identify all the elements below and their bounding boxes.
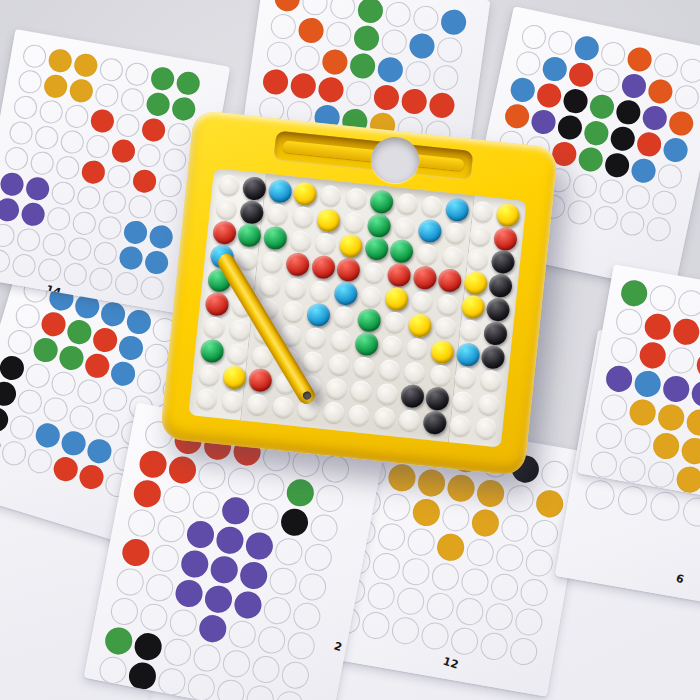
board-cell	[378, 333, 406, 359]
board-cell	[236, 223, 264, 249]
socket	[449, 414, 472, 437]
socket	[332, 306, 355, 329]
board-cell	[284, 252, 312, 278]
board-cell	[365, 212, 393, 238]
card-dot-black	[603, 150, 631, 178]
socket	[246, 393, 269, 416]
card-empty-circle	[255, 471, 287, 503]
card-empty-circle	[92, 240, 119, 267]
card-dot-yellow	[469, 507, 500, 538]
board-cell	[322, 375, 350, 401]
card-dot-purple	[197, 612, 229, 644]
card-empty-circle	[622, 425, 652, 455]
magnet-dot-blue	[455, 342, 480, 367]
socket	[198, 364, 221, 387]
card-dot-red	[567, 60, 595, 88]
card-empty-circle	[478, 630, 509, 661]
magnet-dot-green	[356, 307, 381, 332]
card-empty-circle	[267, 565, 299, 597]
magnet-dot-green	[354, 331, 379, 356]
magnet-dot-green	[262, 226, 287, 251]
card-empty-circle	[648, 490, 682, 524]
socket	[284, 277, 307, 300]
card-empty-circle	[54, 154, 81, 181]
board-cell	[193, 386, 221, 412]
card-dot-purple	[529, 107, 557, 135]
card-empty-circle	[3, 145, 30, 172]
card-empty-circle	[126, 193, 153, 220]
card-empty-circle	[666, 345, 696, 375]
card-empty-circle	[161, 146, 188, 173]
card-empty-circle	[37, 98, 64, 125]
card-empty-circle	[650, 188, 678, 216]
board-cell	[337, 233, 365, 259]
card-dot-purple	[0, 196, 20, 223]
socket	[416, 243, 439, 266]
card-empty-circle	[165, 121, 192, 148]
card-dot-black	[561, 86, 589, 114]
card-dot-red	[427, 91, 455, 119]
card-empty-circle	[101, 188, 128, 215]
card-dot-red	[316, 75, 344, 103]
card-empty-circle	[149, 542, 181, 574]
socket	[477, 393, 500, 416]
card-dot-yellow	[445, 472, 476, 503]
socket	[380, 335, 403, 358]
board-cell	[307, 278, 335, 304]
card-empty-circle	[389, 615, 420, 646]
card-dot-red	[166, 454, 198, 486]
card-empty-circle	[504, 482, 535, 513]
card-empty-circle	[528, 517, 559, 548]
card-empty-circle	[429, 561, 460, 592]
card-empty-circle	[291, 600, 323, 632]
socket	[362, 261, 385, 284]
card-empty-circle	[63, 103, 90, 130]
card-empty-circle	[499, 512, 530, 543]
magnet-dot-green	[364, 236, 389, 261]
card-empty-circle	[225, 465, 257, 497]
card-empty-circle	[419, 620, 450, 651]
card-empty-circle	[449, 625, 480, 656]
card-dot-green	[144, 90, 171, 117]
magnet-dot-black	[425, 386, 450, 411]
card-dot-grid	[95, 417, 353, 700]
card-dot-purple	[237, 559, 269, 591]
card-empty-circle	[519, 22, 547, 50]
magnet-dot-red	[285, 252, 310, 277]
card-empty-circle	[314, 482, 346, 514]
socket	[479, 369, 502, 392]
card-empty-circle	[324, 20, 352, 48]
card-empty-circle	[435, 35, 463, 63]
socket	[350, 380, 373, 403]
card-dot-purple	[640, 103, 668, 131]
card-empty-circle	[302, 541, 334, 573]
card-dot-orange	[667, 109, 695, 137]
card-dot-purple	[661, 373, 691, 403]
socket	[398, 409, 421, 432]
card-empty-circle	[514, 49, 542, 77]
card-dot-purple	[243, 530, 275, 562]
card-empty-circle	[565, 198, 593, 226]
magnet-dot-black	[488, 273, 513, 298]
socket	[393, 217, 416, 240]
magnet-dot-yellow	[496, 202, 521, 227]
board-cell	[477, 368, 505, 394]
card-empty-circle	[143, 571, 175, 603]
magnet-dot-yellow	[407, 313, 432, 338]
card-empty-circle	[672, 82, 700, 110]
socket	[441, 246, 464, 269]
board-cell	[426, 362, 454, 388]
magnet-dot-black	[239, 199, 264, 224]
socket	[195, 387, 218, 410]
socket	[302, 351, 325, 374]
card-empty-circle	[84, 133, 111, 160]
card-dot-red	[372, 83, 400, 111]
card-empty-circle	[539, 458, 570, 489]
card-empty-circle	[583, 478, 617, 512]
board-cell	[342, 186, 370, 212]
card-dot-red	[131, 477, 163, 509]
board-cell	[312, 231, 340, 257]
socket	[411, 290, 434, 313]
magnet-dot-black	[422, 410, 447, 435]
socket	[403, 361, 426, 384]
card-empty-circle	[546, 28, 574, 56]
board-cell	[408, 289, 436, 315]
socket	[451, 390, 474, 413]
card-dot-yellow	[651, 430, 681, 460]
card-empty-circle	[594, 420, 624, 450]
card-dot-grid	[587, 276, 700, 508]
board-cell	[469, 199, 497, 225]
board-cell	[434, 291, 462, 317]
card-dot-black	[278, 506, 310, 538]
card-dot-orange	[646, 77, 674, 105]
board-cell	[436, 268, 464, 294]
card-dot-yellow	[674, 464, 700, 494]
magnetic-dot-board	[160, 110, 558, 476]
card-empty-circle	[123, 60, 150, 87]
card-empty-circle	[261, 594, 293, 626]
socket	[471, 201, 494, 224]
magnet-dot-yellow	[316, 207, 341, 232]
board-cell	[279, 299, 307, 325]
board-cell	[396, 407, 424, 433]
card-empty-circle	[300, 0, 328, 16]
board-cell	[291, 181, 319, 207]
card-dot-red	[635, 130, 663, 158]
card-empty-circle	[59, 128, 86, 155]
card-dot-purple	[179, 548, 211, 580]
socket	[228, 319, 251, 342]
card-empty-circle	[618, 209, 646, 237]
board-cell	[340, 210, 368, 236]
card-dot-blue	[117, 244, 144, 271]
card-number-label: 2	[332, 639, 343, 654]
card-dot-blue	[376, 55, 404, 83]
socket	[314, 232, 337, 255]
card-dot-red	[642, 311, 672, 341]
socket	[347, 403, 370, 426]
card-dot-blue	[572, 33, 600, 61]
socket	[429, 364, 452, 387]
board-cell	[223, 341, 251, 367]
board-cell	[466, 223, 494, 249]
card-empty-circle	[279, 659, 311, 691]
board-cell	[406, 312, 434, 338]
socket	[289, 230, 312, 253]
card-dot-yellow	[68, 77, 95, 104]
card-empty-circle	[651, 50, 679, 78]
board-cell	[375, 357, 403, 383]
card-dot-black	[132, 630, 164, 662]
card-empty-circle	[273, 688, 305, 700]
magnet-dot-green	[366, 213, 391, 238]
card-dot-black	[614, 98, 642, 126]
card-dot-blue	[407, 31, 435, 59]
card-dot-yellow	[42, 72, 69, 99]
board-cell	[424, 386, 452, 412]
card-empty-circle	[113, 270, 140, 297]
board-cell	[309, 254, 337, 280]
magnet-dot-yellow	[293, 181, 318, 206]
socket	[266, 203, 289, 226]
board-cell	[459, 294, 487, 320]
card-empty-circle	[464, 536, 495, 567]
board-socket-grid	[193, 173, 522, 442]
card-number-label: 12	[441, 655, 459, 672]
card-empty-circle	[249, 500, 281, 532]
card-empty-circle	[97, 654, 129, 686]
card-dot-green	[619, 278, 649, 308]
card-empty-circle	[296, 570, 328, 602]
card-empty-circle	[138, 274, 165, 301]
magnet-dot-blue	[333, 281, 358, 306]
card-empty-circle	[71, 209, 98, 236]
card-dot-blue	[629, 156, 657, 184]
board-cell	[484, 297, 512, 323]
card-empty-circle	[370, 550, 401, 581]
card-empty-circle	[152, 197, 179, 224]
board-cell	[286, 228, 314, 254]
board-cell	[449, 389, 477, 415]
magnet-dot-green	[237, 223, 262, 248]
board-cell	[314, 207, 342, 233]
card-empty-circle	[431, 63, 459, 91]
card-empty-circle	[161, 636, 193, 668]
card-dot-red	[80, 158, 107, 185]
socket	[319, 185, 342, 208]
board-cell	[411, 265, 439, 291]
board-cell	[487, 273, 515, 299]
card-dot-green	[352, 24, 380, 52]
board-cell	[259, 249, 287, 275]
board-cell	[241, 175, 269, 201]
board-cell	[304, 302, 332, 328]
card-empty-circle	[138, 601, 170, 633]
card-empty-circle	[98, 56, 125, 83]
magnet-dot-black	[400, 384, 425, 409]
socket	[378, 359, 401, 382]
card-dot-yellow	[627, 397, 657, 427]
card-empty-circle	[404, 59, 432, 87]
board-cell	[431, 315, 459, 341]
board-cell	[454, 341, 482, 367]
card-dot-black	[555, 113, 583, 141]
socket	[271, 395, 294, 418]
board-cell	[373, 381, 401, 407]
card-empty-circle	[395, 585, 426, 616]
card-dot-orange	[625, 45, 653, 73]
magnet-dot-blue	[445, 197, 470, 222]
card-empty-circle	[220, 647, 252, 679]
board-cell	[198, 338, 226, 364]
card-empty-circle	[215, 677, 247, 700]
card-dot-green	[175, 69, 202, 96]
card-empty-circle	[488, 571, 519, 602]
socket	[360, 285, 383, 308]
board-cell	[358, 283, 386, 309]
magnet-dot-red	[212, 220, 237, 245]
board-cell	[489, 249, 517, 275]
card-dot-red	[637, 340, 667, 370]
socket	[322, 401, 345, 424]
board-cell	[492, 226, 520, 252]
card-dot-yellow	[684, 407, 700, 437]
card-empty-circle	[655, 162, 683, 190]
card-empty-circle	[16, 68, 43, 95]
board-cell	[226, 317, 254, 343]
board-cell	[203, 291, 231, 317]
card-empty-circle	[589, 449, 619, 479]
magnet-dot-green	[199, 339, 224, 364]
socket	[330, 330, 353, 353]
card-empty-circle	[376, 521, 407, 552]
magnet-dot-red	[437, 268, 462, 293]
socket	[436, 293, 459, 316]
card-empty-circle	[616, 484, 650, 518]
card-dot-purple	[619, 71, 647, 99]
board-cell	[210, 220, 238, 246]
socket	[469, 225, 492, 248]
board-cell	[332, 281, 360, 307]
board-cell	[401, 360, 429, 386]
card-dot-red	[137, 448, 169, 480]
card-dot-green	[348, 51, 376, 79]
socket	[352, 356, 375, 379]
card-empty-circle	[381, 491, 412, 522]
card-empty-circle	[411, 4, 439, 32]
card-empty-circle	[285, 629, 317, 661]
socket	[443, 222, 466, 245]
card-dot-yellow	[475, 477, 506, 508]
card-empty-circle	[400, 555, 431, 586]
board-cell	[299, 349, 327, 375]
card-number-label: 6	[674, 572, 685, 587]
card-empty-circle	[36, 256, 63, 283]
card-empty-circle	[96, 214, 123, 241]
card-empty-circle	[75, 184, 102, 211]
card-dot-blue	[508, 75, 536, 103]
card-dot-red	[120, 536, 152, 568]
card-empty-circle	[7, 119, 34, 146]
card-empty-circle	[10, 252, 37, 279]
socket	[421, 196, 444, 219]
board-cell	[383, 286, 411, 312]
card-empty-circle	[424, 590, 455, 621]
card-dot-blue	[540, 54, 568, 82]
socket	[226, 343, 249, 366]
board-cell	[461, 270, 489, 296]
card-empty-circle	[135, 142, 162, 169]
socket	[291, 206, 314, 229]
magnet-dot-black	[481, 344, 506, 369]
board-cell	[447, 412, 475, 438]
card-empty-circle	[125, 507, 157, 539]
card-dot-purple	[232, 588, 264, 620]
card-dot-purple	[689, 378, 700, 408]
card-empty-circle	[87, 265, 114, 292]
card-dot-green	[582, 118, 610, 146]
card-empty-circle	[293, 43, 321, 71]
socket	[325, 377, 348, 400]
board-cell	[327, 328, 355, 354]
card-dot-yellow	[534, 488, 565, 519]
board-cell	[380, 310, 408, 336]
board-cell	[317, 183, 345, 209]
card-dot-yellow	[46, 47, 73, 74]
card-dot-red	[261, 67, 289, 95]
card-dot-purple	[214, 524, 246, 556]
board-cell	[464, 247, 492, 273]
magnet-dot-red	[493, 226, 518, 251]
card-empty-circle	[21, 42, 48, 69]
card-empty-circle	[167, 606, 199, 638]
card-empty-circle	[571, 171, 599, 199]
board-cell	[388, 239, 416, 265]
card-empty-circle	[105, 163, 132, 190]
card-empty-circle	[459, 566, 490, 597]
board-cell	[393, 191, 421, 217]
card-empty-circle	[255, 624, 287, 656]
magnet-dot-red	[412, 265, 437, 290]
card-empty-circle	[454, 595, 485, 626]
scene: 1442126 Yellow magnetic dot-art drawing …	[0, 0, 700, 700]
card-empty-circle	[365, 580, 396, 611]
card-empty-circle	[156, 665, 188, 697]
board-cell	[444, 197, 472, 223]
card-dot-green	[102, 624, 134, 656]
board-cell	[421, 410, 449, 436]
board-cell	[213, 196, 241, 222]
board-cell	[266, 178, 294, 204]
card-dot-yellow	[386, 462, 417, 493]
socket	[454, 367, 477, 390]
socket	[221, 390, 244, 413]
card-dot-purple	[184, 518, 216, 550]
card-empty-circle	[681, 495, 700, 529]
card-dot-orange	[320, 47, 348, 75]
card-empty-circle	[599, 392, 629, 422]
board-tray	[188, 168, 526, 447]
card-empty-circle	[494, 542, 525, 573]
board-cell	[264, 202, 292, 228]
board-cell	[350, 354, 378, 380]
board-cell	[398, 383, 426, 409]
